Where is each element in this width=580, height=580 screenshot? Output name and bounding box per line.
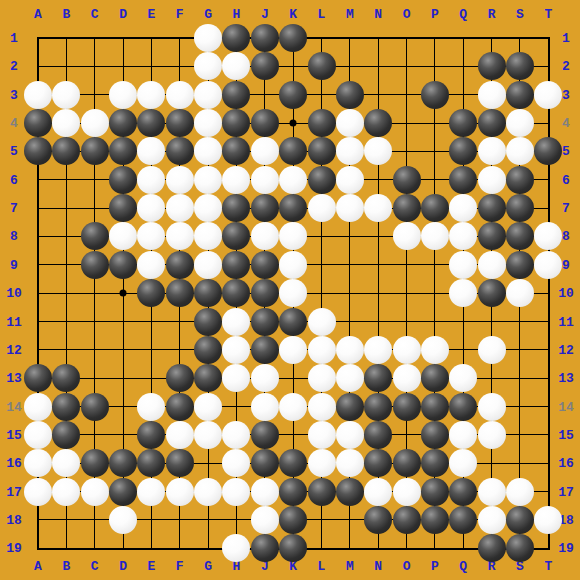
white-stone[interactable]: [449, 364, 477, 392]
black-stone[interactable]: [393, 506, 421, 534]
column-label-top: G: [204, 8, 212, 21]
white-stone[interactable]: [449, 421, 477, 449]
black-stone[interactable]: [109, 137, 137, 165]
white-stone[interactable]: [478, 393, 506, 421]
black-stone[interactable]: [279, 24, 307, 52]
white-stone[interactable]: [222, 449, 250, 477]
white-stone[interactable]: [251, 166, 279, 194]
white-stone[interactable]: [251, 364, 279, 392]
black-stone[interactable]: [166, 364, 194, 392]
white-stone[interactable]: [166, 81, 194, 109]
row-label-left: 19: [6, 542, 22, 555]
column-label-top: L: [318, 8, 326, 21]
black-stone[interactable]: [308, 52, 336, 80]
white-stone[interactable]: [194, 109, 222, 137]
black-stone[interactable]: [137, 109, 165, 137]
black-stone[interactable]: [251, 109, 279, 137]
white-stone[interactable]: [222, 421, 250, 449]
black-stone[interactable]: [506, 506, 534, 534]
white-stone[interactable]: [137, 251, 165, 279]
white-stone[interactable]: [308, 194, 336, 222]
white-stone[interactable]: [222, 336, 250, 364]
black-stone[interactable]: [393, 449, 421, 477]
white-stone[interactable]: [137, 81, 165, 109]
white-stone[interactable]: [308, 393, 336, 421]
white-stone[interactable]: [421, 222, 449, 250]
white-stone[interactable]: [194, 421, 222, 449]
white-stone[interactable]: [24, 421, 52, 449]
row-label-right: 9: [562, 258, 570, 271]
column-label-bottom: E: [147, 560, 155, 573]
column-label-top: D: [119, 8, 127, 21]
black-stone[interactable]: [251, 52, 279, 80]
row-label-left: 11: [6, 315, 22, 328]
white-stone[interactable]: [478, 336, 506, 364]
white-stone[interactable]: [393, 336, 421, 364]
row-label-left: 8: [10, 230, 18, 243]
white-stone[interactable]: [166, 421, 194, 449]
black-stone[interactable]: [449, 478, 477, 506]
black-stone[interactable]: [109, 194, 137, 222]
black-stone[interactable]: [421, 364, 449, 392]
row-label-right: 7: [562, 202, 570, 215]
star-point: [120, 290, 127, 297]
white-stone[interactable]: [222, 364, 250, 392]
column-label-top: C: [91, 8, 99, 21]
white-stone[interactable]: [166, 194, 194, 222]
black-stone[interactable]: [251, 449, 279, 477]
white-stone[interactable]: [137, 222, 165, 250]
white-stone[interactable]: [364, 336, 392, 364]
white-stone[interactable]: [534, 251, 562, 279]
white-stone[interactable]: [279, 166, 307, 194]
row-label-right: 16: [558, 457, 574, 470]
white-stone[interactable]: [194, 222, 222, 250]
black-stone[interactable]: [137, 421, 165, 449]
white-stone[interactable]: [279, 393, 307, 421]
column-label-bottom: C: [91, 560, 99, 573]
white-stone[interactable]: [194, 393, 222, 421]
white-stone[interactable]: [506, 137, 534, 165]
black-stone[interactable]: [137, 279, 165, 307]
column-label-bottom: B: [62, 560, 70, 573]
column-label-top: Q: [459, 8, 467, 21]
white-stone[interactable]: [506, 109, 534, 137]
black-stone[interactable]: [109, 109, 137, 137]
row-label-right: 4: [562, 117, 570, 130]
black-stone[interactable]: [393, 393, 421, 421]
white-stone[interactable]: [222, 166, 250, 194]
column-label-bottom: P: [431, 560, 439, 573]
black-stone[interactable]: [449, 166, 477, 194]
black-stone[interactable]: [222, 109, 250, 137]
white-stone[interactable]: [24, 81, 52, 109]
black-stone[interactable]: [449, 506, 477, 534]
black-stone[interactable]: [279, 534, 307, 562]
black-stone[interactable]: [222, 222, 250, 250]
black-stone[interactable]: [251, 279, 279, 307]
white-stone[interactable]: [222, 534, 250, 562]
black-stone[interactable]: [222, 24, 250, 52]
black-stone[interactable]: [478, 279, 506, 307]
white-stone[interactable]: [194, 52, 222, 80]
black-stone[interactable]: [478, 222, 506, 250]
white-stone[interactable]: [137, 393, 165, 421]
white-stone[interactable]: [194, 24, 222, 52]
black-stone[interactable]: [279, 449, 307, 477]
row-label-right: 5: [562, 145, 570, 158]
black-stone[interactable]: [308, 478, 336, 506]
row-label-right: 3: [562, 88, 570, 101]
black-stone[interactable]: [222, 279, 250, 307]
row-label-right: 17: [558, 485, 574, 498]
row-label-left: 16: [6, 457, 22, 470]
white-stone[interactable]: [336, 166, 364, 194]
row-label-right: 2: [562, 60, 570, 73]
column-label-bottom: L: [318, 560, 326, 573]
white-stone[interactable]: [166, 478, 194, 506]
white-stone[interactable]: [478, 81, 506, 109]
white-stone[interactable]: [24, 449, 52, 477]
black-stone[interactable]: [166, 449, 194, 477]
white-stone[interactable]: [336, 421, 364, 449]
white-stone[interactable]: [364, 478, 392, 506]
row-label-left: 5: [10, 145, 18, 158]
white-stone[interactable]: [279, 222, 307, 250]
white-stone[interactable]: [109, 506, 137, 534]
black-stone[interactable]: [421, 478, 449, 506]
black-stone[interactable]: [24, 109, 52, 137]
white-stone[interactable]: [506, 279, 534, 307]
black-stone[interactable]: [52, 137, 80, 165]
white-stone[interactable]: [308, 421, 336, 449]
row-label-left: 4: [10, 117, 18, 130]
white-stone[interactable]: [308, 364, 336, 392]
white-stone[interactable]: [534, 81, 562, 109]
white-stone[interactable]: [222, 52, 250, 80]
black-stone[interactable]: [308, 109, 336, 137]
black-stone[interactable]: [222, 81, 250, 109]
white-stone[interactable]: [336, 137, 364, 165]
black-stone[interactable]: [364, 109, 392, 137]
white-stone[interactable]: [222, 478, 250, 506]
row-label-left: 10: [6, 287, 22, 300]
white-stone[interactable]: [336, 336, 364, 364]
white-stone[interactable]: [52, 478, 80, 506]
white-stone[interactable]: [393, 222, 421, 250]
row-label-right: 6: [562, 173, 570, 186]
black-stone[interactable]: [81, 393, 109, 421]
black-stone[interactable]: [364, 393, 392, 421]
white-stone[interactable]: [194, 478, 222, 506]
white-stone[interactable]: [478, 166, 506, 194]
black-stone[interactable]: [166, 393, 194, 421]
row-label-left: 3: [10, 88, 18, 101]
white-stone[interactable]: [336, 109, 364, 137]
white-stone[interactable]: [279, 251, 307, 279]
black-stone[interactable]: [506, 194, 534, 222]
white-stone[interactable]: [251, 137, 279, 165]
row-label-left: 6: [10, 173, 18, 186]
column-label-top: M: [346, 8, 354, 21]
black-stone[interactable]: [279, 194, 307, 222]
column-label-top: O: [403, 8, 411, 21]
black-stone[interactable]: [279, 478, 307, 506]
column-label-top: F: [176, 8, 184, 21]
row-label-right: 19: [558, 542, 574, 555]
black-stone[interactable]: [279, 308, 307, 336]
black-stone[interactable]: [393, 194, 421, 222]
white-stone[interactable]: [308, 336, 336, 364]
black-stone[interactable]: [364, 506, 392, 534]
white-stone[interactable]: [421, 336, 449, 364]
white-stone[interactable]: [506, 478, 534, 506]
black-stone[interactable]: [52, 364, 80, 392]
black-stone[interactable]: [166, 251, 194, 279]
go-board-diagram: AABBCCDDEEFFGGHHJJKKLLMMNNOOPPQQRRSSTT11…: [0, 0, 580, 580]
white-stone[interactable]: [364, 194, 392, 222]
row-label-left: 12: [6, 343, 22, 356]
white-stone[interactable]: [534, 506, 562, 534]
black-stone[interactable]: [478, 194, 506, 222]
white-stone[interactable]: [279, 336, 307, 364]
white-stone[interactable]: [478, 478, 506, 506]
white-stone[interactable]: [109, 222, 137, 250]
black-stone[interactable]: [308, 137, 336, 165]
black-stone[interactable]: [279, 137, 307, 165]
white-stone[interactable]: [166, 166, 194, 194]
black-stone[interactable]: [166, 137, 194, 165]
row-label-left: 14: [6, 400, 22, 413]
column-label-bottom: T: [544, 560, 552, 573]
black-stone[interactable]: [251, 421, 279, 449]
white-stone[interactable]: [449, 251, 477, 279]
white-stone[interactable]: [336, 194, 364, 222]
row-label-right: 11: [558, 315, 574, 328]
white-stone[interactable]: [52, 81, 80, 109]
white-stone[interactable]: [251, 393, 279, 421]
star-point: [290, 120, 297, 127]
black-stone[interactable]: [421, 506, 449, 534]
column-label-top: K: [289, 8, 297, 21]
white-stone[interactable]: [534, 222, 562, 250]
row-label-left: 7: [10, 202, 18, 215]
column-label-top: S: [516, 8, 524, 21]
white-stone[interactable]: [478, 251, 506, 279]
row-label-right: 13: [558, 372, 574, 385]
white-stone[interactable]: [478, 506, 506, 534]
black-stone[interactable]: [364, 364, 392, 392]
white-stone[interactable]: [194, 166, 222, 194]
column-label-top: N: [374, 8, 382, 21]
row-label-right: 14: [558, 400, 574, 413]
black-stone[interactable]: [81, 137, 109, 165]
black-stone[interactable]: [52, 393, 80, 421]
white-stone[interactable]: [449, 449, 477, 477]
black-stone[interactable]: [364, 449, 392, 477]
white-stone[interactable]: [449, 222, 477, 250]
white-stone[interactable]: [81, 109, 109, 137]
white-stone[interactable]: [137, 137, 165, 165]
row-label-right: 1: [562, 32, 570, 45]
black-stone[interactable]: [137, 449, 165, 477]
white-stone[interactable]: [81, 478, 109, 506]
column-label-bottom: A: [34, 560, 42, 573]
white-stone[interactable]: [222, 308, 250, 336]
black-stone[interactable]: [52, 421, 80, 449]
black-stone[interactable]: [194, 336, 222, 364]
column-label-bottom: M: [346, 560, 354, 573]
column-label-bottom: Q: [459, 560, 467, 573]
black-stone[interactable]: [109, 166, 137, 194]
white-stone[interactable]: [52, 449, 80, 477]
black-stone[interactable]: [449, 393, 477, 421]
white-stone[interactable]: [478, 421, 506, 449]
column-label-top: T: [544, 8, 552, 21]
black-stone[interactable]: [478, 534, 506, 562]
white-stone[interactable]: [336, 449, 364, 477]
black-stone[interactable]: [449, 109, 477, 137]
white-stone[interactable]: [393, 478, 421, 506]
black-stone[interactable]: [506, 166, 534, 194]
white-stone[interactable]: [137, 166, 165, 194]
row-label-left: 17: [6, 485, 22, 498]
black-stone[interactable]: [279, 506, 307, 534]
white-stone[interactable]: [24, 393, 52, 421]
black-stone[interactable]: [449, 137, 477, 165]
white-stone[interactable]: [24, 478, 52, 506]
row-label-left: 9: [10, 258, 18, 271]
black-stone[interactable]: [251, 308, 279, 336]
row-label-right: 8: [562, 230, 570, 243]
black-stone[interactable]: [336, 393, 364, 421]
black-stone[interactable]: [421, 449, 449, 477]
black-stone[interactable]: [194, 308, 222, 336]
black-stone[interactable]: [81, 449, 109, 477]
black-stone[interactable]: [506, 251, 534, 279]
black-stone[interactable]: [222, 251, 250, 279]
black-stone[interactable]: [166, 109, 194, 137]
row-label-left: 1: [10, 32, 18, 45]
column-label-top: P: [431, 8, 439, 21]
white-stone[interactable]: [194, 194, 222, 222]
white-stone[interactable]: [364, 137, 392, 165]
row-label-right: 12: [558, 343, 574, 356]
column-label-bottom: O: [403, 560, 411, 573]
column-label-top: H: [233, 8, 241, 21]
column-label-top: R: [488, 8, 496, 21]
black-stone[interactable]: [478, 52, 506, 80]
white-stone[interactable]: [194, 81, 222, 109]
white-stone[interactable]: [194, 137, 222, 165]
row-label-right: 10: [558, 287, 574, 300]
white-stone[interactable]: [109, 81, 137, 109]
white-stone[interactable]: [251, 478, 279, 506]
black-stone[interactable]: [336, 478, 364, 506]
black-stone[interactable]: [81, 251, 109, 279]
black-stone[interactable]: [109, 449, 137, 477]
white-stone[interactable]: [449, 194, 477, 222]
black-stone[interactable]: [222, 194, 250, 222]
white-stone[interactable]: [308, 449, 336, 477]
black-stone[interactable]: [393, 166, 421, 194]
column-label-top: E: [147, 8, 155, 21]
black-stone[interactable]: [81, 222, 109, 250]
black-stone[interactable]: [421, 194, 449, 222]
black-stone[interactable]: [421, 393, 449, 421]
black-stone[interactable]: [478, 109, 506, 137]
white-stone[interactable]: [137, 194, 165, 222]
row-label-right: 15: [558, 428, 574, 441]
white-stone[interactable]: [251, 222, 279, 250]
black-stone[interactable]: [109, 251, 137, 279]
white-stone[interactable]: [308, 308, 336, 336]
black-stone[interactable]: [251, 24, 279, 52]
black-stone[interactable]: [506, 81, 534, 109]
black-stone[interactable]: [308, 166, 336, 194]
white-stone[interactable]: [449, 279, 477, 307]
white-stone[interactable]: [166, 222, 194, 250]
white-stone[interactable]: [52, 109, 80, 137]
white-stone[interactable]: [251, 506, 279, 534]
black-stone[interactable]: [166, 279, 194, 307]
black-stone[interactable]: [534, 137, 562, 165]
black-stone[interactable]: [24, 137, 52, 165]
black-stone[interactable]: [251, 336, 279, 364]
row-label-left: 2: [10, 60, 18, 73]
black-stone[interactable]: [251, 534, 279, 562]
black-stone[interactable]: [506, 534, 534, 562]
white-stone[interactable]: [393, 364, 421, 392]
black-stone[interactable]: [421, 421, 449, 449]
column-label-bottom: F: [176, 560, 184, 573]
white-stone[interactable]: [194, 251, 222, 279]
black-stone[interactable]: [364, 421, 392, 449]
black-stone[interactable]: [222, 137, 250, 165]
column-label-top: J: [261, 8, 269, 21]
column-label-bottom: N: [374, 560, 382, 573]
black-stone[interactable]: [109, 478, 137, 506]
row-label-left: 15: [6, 428, 22, 441]
row-label-left: 18: [6, 513, 22, 526]
white-stone[interactable]: [279, 279, 307, 307]
white-stone[interactable]: [478, 137, 506, 165]
column-label-top: B: [62, 8, 70, 21]
black-stone[interactable]: [194, 364, 222, 392]
black-stone[interactable]: [336, 81, 364, 109]
column-label-bottom: G: [204, 560, 212, 573]
black-stone[interactable]: [506, 222, 534, 250]
black-stone[interactable]: [506, 52, 534, 80]
white-stone[interactable]: [336, 364, 364, 392]
white-stone[interactable]: [137, 478, 165, 506]
black-stone[interactable]: [251, 194, 279, 222]
black-stone[interactable]: [24, 364, 52, 392]
black-stone[interactable]: [421, 81, 449, 109]
column-label-bottom: D: [119, 560, 127, 573]
black-stone[interactable]: [279, 81, 307, 109]
row-label-left: 13: [6, 372, 22, 385]
column-label-top: A: [34, 8, 42, 21]
black-stone[interactable]: [251, 251, 279, 279]
black-stone[interactable]: [194, 279, 222, 307]
